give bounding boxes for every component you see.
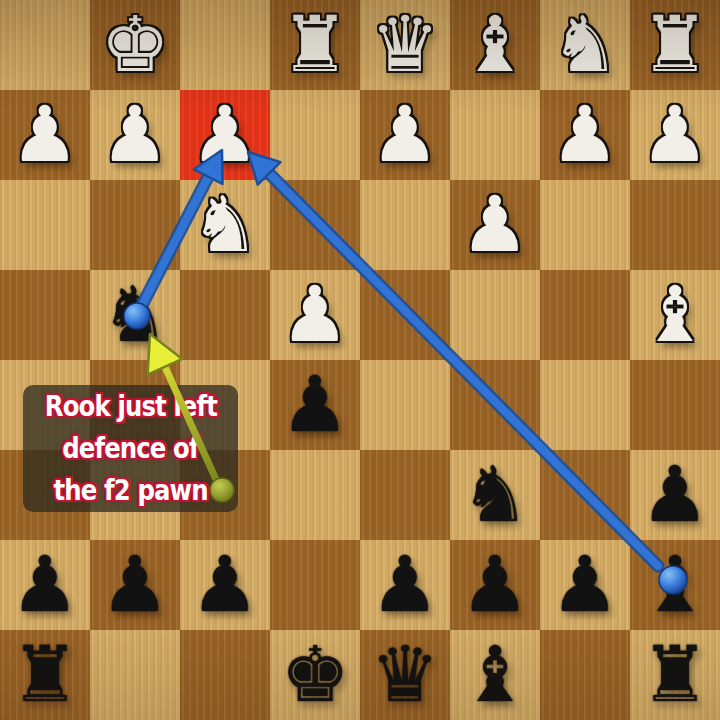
square-b1[interactable]: ♞ <box>540 0 630 90</box>
square-e1[interactable]: ♜ <box>270 0 360 90</box>
white-pawn-c3[interactable]: ♟ <box>450 180 540 270</box>
square-h7[interactable]: ♟ <box>0 540 90 630</box>
square-h2[interactable]: ♟ <box>0 90 90 180</box>
black-pawn-b7[interactable]: ♟ <box>540 540 630 630</box>
black-pawn-e5[interactable]: ♟ <box>270 360 360 450</box>
black-pawn-a6[interactable]: ♟ <box>630 450 720 540</box>
square-a6[interactable]: ♟ <box>630 450 720 540</box>
white-bishop-a4[interactable]: ♝ <box>630 270 720 360</box>
square-c4[interactable] <box>450 270 540 360</box>
square-a1[interactable]: ♜ <box>630 0 720 90</box>
square-d8[interactable]: ♛ <box>360 630 450 720</box>
white-queen-d1[interactable]: ♛ <box>360 0 450 90</box>
square-c8[interactable]: ♝ <box>450 630 540 720</box>
square-h4[interactable] <box>0 270 90 360</box>
white-pawn-a2[interactable]: ♟ <box>630 90 720 180</box>
white-pawn-b2[interactable]: ♟ <box>540 90 630 180</box>
black-bishop-a7[interactable]: ♝ <box>630 540 720 630</box>
square-a3[interactable] <box>630 180 720 270</box>
square-f7[interactable]: ♟ <box>180 540 270 630</box>
white-pawn-g2[interactable]: ♟ <box>90 90 180 180</box>
square-h3[interactable] <box>0 180 90 270</box>
square-a8[interactable]: ♜ <box>630 630 720 720</box>
square-g4[interactable]: ♞ <box>90 270 180 360</box>
square-h8[interactable]: ♜ <box>0 630 90 720</box>
white-pawn-f2[interactable]: ♟ <box>180 90 270 180</box>
square-e6[interactable] <box>270 450 360 540</box>
square-c2[interactable] <box>450 90 540 180</box>
white-rook-a1[interactable]: ♜ <box>630 0 720 90</box>
chess-board-screenshot: ♚♜♛♝♞♜♟♟♟♟♟♟♞♟♞♟♝♟♞♟♟♟♟♟♟♟♝♜♚♛♝♜ Rook ju… <box>0 0 720 720</box>
square-d2[interactable]: ♟ <box>360 90 450 180</box>
caption-line-2: defence of <box>62 428 199 470</box>
white-knight-b1[interactable]: ♞ <box>540 0 630 90</box>
black-rook-a8[interactable]: ♜ <box>630 630 720 720</box>
square-f4[interactable] <box>180 270 270 360</box>
square-e8[interactable]: ♚ <box>270 630 360 720</box>
square-b5[interactable] <box>540 360 630 450</box>
square-f3[interactable]: ♞ <box>180 180 270 270</box>
black-knight-c6[interactable]: ♞ <box>450 450 540 540</box>
square-c5[interactable] <box>450 360 540 450</box>
square-g7[interactable]: ♟ <box>90 540 180 630</box>
black-rook-h8[interactable]: ♜ <box>0 630 90 720</box>
square-a7[interactable]: ♝ <box>630 540 720 630</box>
caption-line-3: the f2 pawn <box>53 470 207 512</box>
square-d5[interactable] <box>360 360 450 450</box>
square-b2[interactable]: ♟ <box>540 90 630 180</box>
square-d1[interactable]: ♛ <box>360 0 450 90</box>
square-b4[interactable] <box>540 270 630 360</box>
square-b6[interactable] <box>540 450 630 540</box>
white-pawn-d2[interactable]: ♟ <box>360 90 450 180</box>
square-e7[interactable] <box>270 540 360 630</box>
black-queen-d8[interactable]: ♛ <box>360 630 450 720</box>
black-bishop-c8[interactable]: ♝ <box>450 630 540 720</box>
square-c3[interactable]: ♟ <box>450 180 540 270</box>
square-d7[interactable]: ♟ <box>360 540 450 630</box>
square-a5[interactable] <box>630 360 720 450</box>
square-c6[interactable]: ♞ <box>450 450 540 540</box>
black-pawn-g7[interactable]: ♟ <box>90 540 180 630</box>
square-c1[interactable]: ♝ <box>450 0 540 90</box>
white-king-g1[interactable]: ♚ <box>90 0 180 90</box>
square-a2[interactable]: ♟ <box>630 90 720 180</box>
white-pawn-e4[interactable]: ♟ <box>270 270 360 360</box>
square-b7[interactable]: ♟ <box>540 540 630 630</box>
square-e5[interactable]: ♟ <box>270 360 360 450</box>
square-f8[interactable] <box>180 630 270 720</box>
square-b3[interactable] <box>540 180 630 270</box>
square-g1[interactable]: ♚ <box>90 0 180 90</box>
square-f2[interactable]: ♟ <box>180 90 270 180</box>
square-g2[interactable]: ♟ <box>90 90 180 180</box>
square-e4[interactable]: ♟ <box>270 270 360 360</box>
square-d6[interactable] <box>360 450 450 540</box>
black-king-e8[interactable]: ♚ <box>270 630 360 720</box>
black-pawn-f7[interactable]: ♟ <box>180 540 270 630</box>
caption-line-1: Rook just left <box>44 386 216 428</box>
square-d4[interactable] <box>360 270 450 360</box>
white-rook-e1[interactable]: ♜ <box>270 0 360 90</box>
square-a4[interactable]: ♝ <box>630 270 720 360</box>
square-h1[interactable] <box>0 0 90 90</box>
black-pawn-d7[interactable]: ♟ <box>360 540 450 630</box>
square-d3[interactable] <box>360 180 450 270</box>
white-pawn-h2[interactable]: ♟ <box>0 90 90 180</box>
black-knight-g4[interactable]: ♞ <box>90 270 180 360</box>
square-e2[interactable] <box>270 90 360 180</box>
white-bishop-c1[interactable]: ♝ <box>450 0 540 90</box>
square-f1[interactable] <box>180 0 270 90</box>
square-c7[interactable]: ♟ <box>450 540 540 630</box>
square-b8[interactable] <box>540 630 630 720</box>
square-e3[interactable] <box>270 180 360 270</box>
black-pawn-c7[interactable]: ♟ <box>450 540 540 630</box>
square-g8[interactable] <box>90 630 180 720</box>
white-knight-f3[interactable]: ♞ <box>180 180 270 270</box>
chess-board: ♚♜♛♝♞♜♟♟♟♟♟♟♞♟♞♟♝♟♞♟♟♟♟♟♟♟♝♜♚♛♝♜ <box>0 0 720 720</box>
caption-box: Rook just left defence of the f2 pawn <box>23 385 238 512</box>
square-g3[interactable] <box>90 180 180 270</box>
black-pawn-h7[interactable]: ♟ <box>0 540 90 630</box>
